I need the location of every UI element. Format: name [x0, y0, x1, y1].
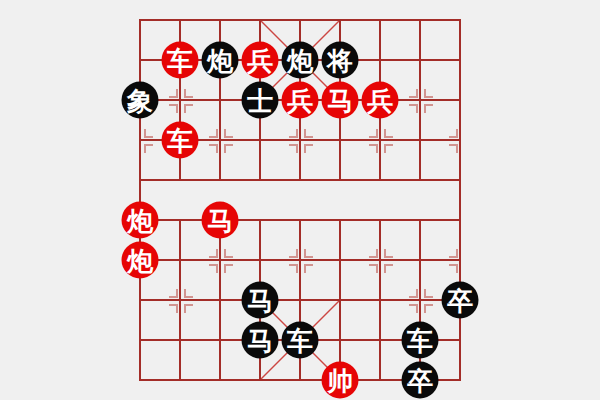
- point-marker-corner: [169, 304, 178, 313]
- point-marker-corner: [144, 129, 153, 138]
- point-marker-corner: [384, 144, 393, 153]
- board-grid-line: [219, 220, 221, 380]
- board-grid-line: [139, 19, 142, 382]
- piece-red-soldier[interactable]: 兵: [242, 42, 279, 79]
- point-marker-corner: [449, 264, 458, 273]
- board-grid-line: [459, 19, 462, 382]
- point-marker-corner: [304, 264, 313, 273]
- point-marker-corner: [424, 89, 433, 98]
- point-marker-corner: [184, 304, 193, 313]
- point-marker-corner: [384, 264, 393, 273]
- point-marker-corner: [209, 264, 218, 273]
- point-marker-corner: [224, 249, 233, 258]
- point-marker-corner: [369, 129, 378, 138]
- point-marker-corner: [369, 264, 378, 273]
- point-marker-corner: [384, 249, 393, 258]
- point-marker-corner: [304, 129, 313, 138]
- piece-black-soldier[interactable]: 卒: [402, 362, 439, 399]
- point-marker-corner: [184, 289, 193, 298]
- point-marker-corner: [289, 264, 298, 273]
- point-marker-corner: [409, 289, 418, 298]
- board-grid-line: [379, 220, 381, 380]
- xiangqi-board: 车炮兵炮将象士兵马兵车炮马炮马卒马车车帅卒: [140, 20, 460, 380]
- point-marker-corner: [369, 249, 378, 258]
- xiangqi-diagram: 车炮兵炮将象士兵马兵车炮马炮马卒马车车帅卒: [0, 0, 600, 400]
- point-marker-corner: [304, 249, 313, 258]
- piece-red-horse[interactable]: 马: [202, 202, 239, 239]
- piece-black-chariot[interactable]: 车: [402, 322, 439, 359]
- point-marker-corner: [384, 129, 393, 138]
- piece-red-soldier[interactable]: 兵: [282, 82, 319, 119]
- point-marker-corner: [304, 144, 313, 153]
- point-marker-corner: [289, 249, 298, 258]
- point-marker-corner: [184, 104, 193, 113]
- piece-black-chariot[interactable]: 车: [282, 322, 319, 359]
- point-marker-corner: [209, 249, 218, 258]
- point-marker-corner: [449, 129, 458, 138]
- piece-black-horse[interactable]: 马: [242, 322, 279, 359]
- piece-black-advisor[interactable]: 士: [242, 82, 279, 119]
- board-grid-line: [419, 20, 421, 180]
- point-marker-corner: [449, 144, 458, 153]
- point-marker-corner: [289, 129, 298, 138]
- point-marker-corner: [369, 144, 378, 153]
- point-marker-corner: [409, 104, 418, 113]
- piece-red-horse[interactable]: 马: [322, 82, 359, 119]
- piece-red-chariot[interactable]: 车: [162, 42, 199, 79]
- point-marker-corner: [209, 129, 218, 138]
- piece-red-cannon[interactable]: 炮: [122, 242, 159, 279]
- point-marker-corner: [144, 144, 153, 153]
- piece-black-soldier[interactable]: 卒: [442, 282, 479, 319]
- point-marker-corner: [169, 289, 178, 298]
- piece-black-general[interactable]: 将: [322, 42, 359, 79]
- board-grid-line: [179, 220, 181, 380]
- point-marker-corner: [169, 104, 178, 113]
- point-marker-corner: [224, 129, 233, 138]
- piece-red-cannon[interactable]: 炮: [122, 202, 159, 239]
- point-marker-corner: [209, 144, 218, 153]
- point-marker-corner: [409, 304, 418, 313]
- piece-black-cannon[interactable]: 炮: [202, 42, 239, 79]
- point-marker-corner: [424, 289, 433, 298]
- point-marker-corner: [184, 89, 193, 98]
- piece-red-general[interactable]: 帅: [322, 362, 359, 399]
- board-grid-line: [339, 220, 341, 380]
- point-marker-corner: [424, 104, 433, 113]
- point-marker-corner: [409, 89, 418, 98]
- piece-black-elephant[interactable]: 象: [122, 82, 159, 119]
- point-marker-corner: [449, 249, 458, 258]
- point-marker-corner: [169, 89, 178, 98]
- piece-red-soldier[interactable]: 兵: [362, 82, 399, 119]
- piece-red-chariot[interactable]: 车: [162, 122, 199, 159]
- point-marker-corner: [424, 304, 433, 313]
- piece-black-cannon[interactable]: 炮: [282, 42, 319, 79]
- point-marker-corner: [224, 264, 233, 273]
- point-marker-corner: [224, 144, 233, 153]
- point-marker-corner: [289, 144, 298, 153]
- piece-black-horse[interactable]: 马: [242, 282, 279, 319]
